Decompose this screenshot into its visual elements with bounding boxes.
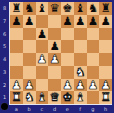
black-pawn: ♟ [100,15,110,27]
square-a4[interactable] [10,53,23,66]
square-h5[interactable] [99,40,112,53]
square-d7[interactable] [48,15,61,28]
square-b3[interactable] [23,66,36,79]
square-b1[interactable]: ♞ [23,91,36,104]
black-bishop: ♝ [75,2,85,14]
square-d5[interactable]: ♟ [48,40,61,53]
white-pawn: ♟ [100,79,110,91]
square-a7[interactable]: ♟ [10,15,23,28]
file-label-d: d [48,105,61,113]
square-e5[interactable] [61,40,74,53]
white-pawn: ♟ [24,79,34,91]
square-h1[interactable]: ♜ [99,91,112,104]
square-f1[interactable]: ♝ [74,91,87,104]
white-knight: ♞ [24,91,34,103]
square-f4[interactable] [74,53,87,66]
white-king: ♚ [62,91,72,103]
rank-label-4: 4 [0,53,9,66]
square-g8[interactable]: ♞ [87,2,100,15]
white-rook: ♜ [100,91,110,103]
rank-label-3: 3 [0,66,9,79]
black-knight: ♞ [88,2,98,14]
chess-diagram: ♜♞♝♛♚♝♞♜♟♟♟♟♟♟♟♟♟♟♞♟♟♟♟♟♟♜♞♝♛♚♝♜ 8765432… [0,0,114,113]
file-label-c: c [36,105,49,113]
square-e4[interactable] [61,53,74,66]
square-c2[interactable] [36,79,49,92]
square-c4[interactable]: ♟ [36,53,49,66]
square-c7[interactable] [36,15,49,28]
square-d2[interactable] [48,79,61,92]
white-pawn: ♟ [37,53,47,65]
square-d8[interactable]: ♛ [48,2,61,15]
square-g7[interactable]: ♟ [87,15,100,28]
white-bishop: ♝ [37,91,47,103]
white-pawn: ♟ [62,79,72,91]
black-pawn: ♟ [62,15,72,27]
square-d4[interactable]: ♟ [48,53,61,66]
square-a3[interactable] [10,66,23,79]
square-g2[interactable]: ♟ [87,79,100,92]
square-c6[interactable]: ♟ [36,28,49,41]
white-rook: ♜ [11,91,21,103]
black-queen: ♛ [49,2,59,14]
square-h2[interactable]: ♟ [99,79,112,92]
square-a8[interactable]: ♜ [10,2,23,15]
square-b4[interactable] [23,53,36,66]
square-b2[interactable]: ♟ [23,79,36,92]
square-f7[interactable]: ♟ [74,15,87,28]
square-g3[interactable] [87,66,100,79]
square-c5[interactable] [36,40,49,53]
square-h4[interactable] [99,53,112,66]
square-h8[interactable]: ♜ [99,2,112,15]
white-pawn: ♟ [11,79,21,91]
white-bishop: ♝ [75,91,85,103]
square-c3[interactable] [36,66,49,79]
square-h6[interactable] [99,28,112,41]
square-f8[interactable]: ♝ [74,2,87,15]
square-d3[interactable] [48,66,61,79]
black-pawn: ♟ [24,15,34,27]
square-e3[interactable] [61,66,74,79]
square-b6[interactable] [23,28,36,41]
square-f3[interactable]: ♞ [74,66,87,79]
square-h7[interactable]: ♟ [99,15,112,28]
black-pawn: ♟ [11,15,21,27]
square-a6[interactable] [10,28,23,41]
rank-label-6: 6 [0,28,9,41]
square-f5[interactable] [74,40,87,53]
rank-label-5: 5 [0,40,9,53]
square-e2[interactable]: ♟ [61,79,74,92]
file-label-g: g [87,105,100,113]
square-c1[interactable]: ♝ [36,91,49,104]
square-e1[interactable]: ♚ [61,91,74,104]
black-pawn: ♟ [75,15,85,27]
black-king: ♚ [62,2,72,14]
chess-board: ♜♞♝♛♚♝♞♜♟♟♟♟♟♟♟♟♟♟♞♟♟♟♟♟♟♜♞♝♛♚♝♜ [9,2,112,105]
square-b5[interactable] [23,40,36,53]
black-bishop: ♝ [37,2,47,14]
square-g6[interactable] [87,28,100,41]
square-g1[interactable] [87,91,100,104]
square-b8[interactable]: ♞ [23,2,36,15]
file-label-h: h [99,105,112,113]
square-f2[interactable]: ♟ [74,79,87,92]
file-label-b: b [23,105,36,113]
square-a5[interactable] [10,40,23,53]
square-f6[interactable] [74,28,87,41]
file-label-a: a [10,105,23,113]
square-g5[interactable] [87,40,100,53]
square-d1[interactable]: ♛ [48,91,61,104]
square-a2[interactable]: ♟ [10,79,23,92]
rank-label-2: 2 [0,79,9,92]
black-rook: ♜ [100,2,110,14]
black-knight: ♞ [24,2,34,14]
black-pawn: ♟ [88,15,98,27]
black-pawn: ♟ [49,40,59,52]
white-queen: ♛ [49,91,59,103]
white-pawn: ♟ [49,53,59,65]
square-b7[interactable]: ♟ [23,15,36,28]
square-a1[interactable]: ♜ [10,91,23,104]
file-label-e: e [61,105,74,113]
square-e8[interactable]: ♚ [61,2,74,15]
white-pawn: ♟ [88,79,98,91]
black-to-move-indicator [1,103,8,110]
square-e7[interactable]: ♟ [61,15,74,28]
square-d6[interactable] [48,28,61,41]
file-label-f: f [74,105,87,113]
white-knight: ♞ [75,66,85,78]
white-pawn: ♟ [75,79,85,91]
rank-label-7: 7 [0,15,9,28]
rank-label-8: 8 [0,2,9,15]
square-c8[interactable]: ♝ [36,2,49,15]
square-g4[interactable] [87,53,100,66]
black-rook: ♜ [11,2,21,14]
square-e6[interactable] [61,28,74,41]
black-pawn: ♟ [37,28,47,40]
square-h3[interactable] [99,66,112,79]
